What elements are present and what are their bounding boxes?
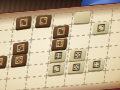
cell-r6c3[interactable] [25, 76, 46, 90]
cell-r6c6[interactable] [85, 71, 106, 85]
cell-r2c7[interactable] [111, 20, 120, 34]
tile-light-2pip-r5c4[interactable]: ⚁ [49, 62, 65, 74]
cell-r6c7[interactable] [104, 69, 120, 83]
tile-dark-2pip-r1c3[interactable]: ⚁ [35, 15, 52, 26]
tile-dark-2pip-r2c4[interactable]: ⚁ [53, 25, 69, 37]
photo-scene: ⚁⚁⚁⚁⚂⚅⚃⚄⚅⚄⚁⚄⚃ [0, 0, 120, 90]
tile-light-2pip-r2c6[interactable]: ⚁ [93, 22, 109, 34]
cell-r3c7[interactable] [109, 32, 120, 46]
board-grid: ⚁⚁⚁⚁⚂⚅⚃⚄⚅⚄⚁⚄⚃ [0, 6, 120, 90]
cell-r4c7[interactable] [107, 44, 120, 58]
cell-r1c7[interactable] [112, 7, 120, 21]
tile-dark-5pip-r4c2[interactable]: ⚄ [11, 53, 27, 65]
tile-dark-4pip-r4c1[interactable]: ⚃ [0, 56, 7, 67]
cell-r6c4[interactable] [45, 74, 66, 88]
tile-light-5pip-r4c5[interactable]: ⚄ [70, 49, 87, 60]
tile-dark-6pip-r3c4[interactable]: ⚅ [52, 38, 68, 50]
tile-light-4pip-r5c6[interactable]: ⚃ [88, 59, 104, 71]
tile-dark-3pip-r3c2[interactable]: ⚂ [12, 41, 28, 54]
tile-light-5pip-r5c5[interactable]: ⚄ [68, 61, 84, 73]
tile-light-6pip-r4c4[interactable]: ⚅ [50, 50, 66, 62]
cell-r6c2[interactable] [6, 78, 27, 90]
game-board: ⚁⚁⚁⚁⚂⚅⚃⚄⚅⚄⚁⚄⚃ [0, 2, 120, 90]
cell-r6c5[interactable] [65, 73, 86, 87]
tile-light-0pip-r1c5[interactable] [74, 12, 90, 24]
tile-dark-2pip-r1c2[interactable]: ⚁ [15, 16, 31, 29]
